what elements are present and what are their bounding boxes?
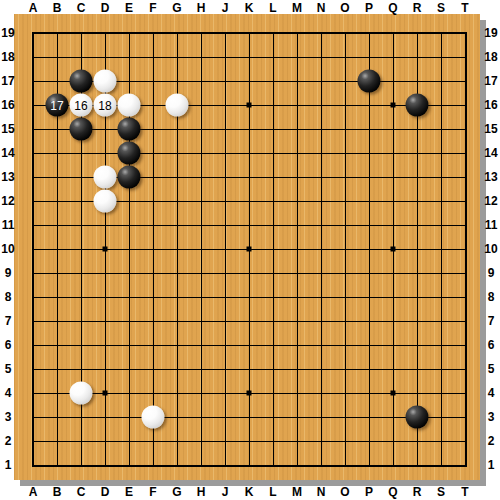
coord-bottom-P: P xyxy=(365,486,373,498)
stone-black-P17[interactable] xyxy=(358,70,381,93)
star-point-Q16 xyxy=(391,103,396,108)
stone-black-E13[interactable] xyxy=(118,166,141,189)
coord-left-5: 5 xyxy=(5,363,12,375)
coord-left-17: 17 xyxy=(1,75,14,87)
coord-left-14: 14 xyxy=(1,147,14,159)
coord-top-T: T xyxy=(461,2,468,14)
coord-top-D: D xyxy=(101,2,110,14)
stone-white-G16[interactable] xyxy=(166,94,189,117)
coord-bottom-Q: Q xyxy=(388,486,397,498)
coord-right-10: 10 xyxy=(484,243,497,255)
coord-top-N: N xyxy=(317,2,326,14)
coord-right-7: 7 xyxy=(488,315,495,327)
coord-right-6: 6 xyxy=(488,339,495,351)
coord-bottom-H: H xyxy=(197,486,206,498)
coord-left-16: 16 xyxy=(1,99,14,111)
coord-bottom-N: N xyxy=(317,486,326,498)
stone-black-E15[interactable] xyxy=(118,118,141,141)
coord-bottom-C: C xyxy=(77,486,86,498)
stone-white-C4[interactable] xyxy=(70,382,93,405)
coord-top-J: J xyxy=(222,2,229,14)
coord-top-M: M xyxy=(292,2,302,14)
coord-left-15: 15 xyxy=(1,123,14,135)
coord-top-C: C xyxy=(77,2,86,14)
star-point-D4 xyxy=(103,391,108,396)
coord-left-7: 7 xyxy=(5,315,12,327)
coord-right-13: 13 xyxy=(484,171,497,183)
coord-top-E: E xyxy=(125,2,133,14)
coord-right-17: 17 xyxy=(484,75,497,87)
coord-right-19: 19 xyxy=(484,27,497,39)
star-point-K16 xyxy=(247,103,252,108)
coord-bottom-E: E xyxy=(125,486,133,498)
coord-top-G: G xyxy=(172,2,181,14)
coord-left-9: 9 xyxy=(5,267,12,279)
coord-right-2: 2 xyxy=(488,435,495,447)
coord-left-19: 19 xyxy=(1,27,14,39)
stone-white-D12[interactable] xyxy=(94,190,117,213)
coord-top-S: S xyxy=(437,2,445,14)
coord-right-11: 11 xyxy=(485,219,498,231)
coord-bottom-S: S xyxy=(437,486,445,498)
coord-top-A: A xyxy=(29,2,38,14)
coord-left-10: 10 xyxy=(1,243,14,255)
coord-left-11: 11 xyxy=(2,219,15,231)
coord-top-F: F xyxy=(149,2,156,14)
coord-right-3: 3 xyxy=(488,411,495,423)
coord-bottom-G: G xyxy=(172,486,181,498)
stone-white-E16[interactable] xyxy=(118,94,141,117)
coord-top-P: P xyxy=(365,2,373,14)
coord-bottom-M: M xyxy=(292,486,302,498)
coord-right-16: 16 xyxy=(484,99,497,111)
coord-left-2: 2 xyxy=(5,435,12,447)
stone-black-R3[interactable] xyxy=(406,406,429,429)
star-point-K10 xyxy=(247,247,252,252)
stone-white-F3[interactable] xyxy=(142,406,165,429)
stone-black-E14[interactable] xyxy=(118,142,141,165)
stone-white-D16[interactable]: 18 xyxy=(94,94,117,117)
coord-right-18: 18 xyxy=(484,51,497,63)
coord-left-4: 4 xyxy=(5,387,12,399)
coord-left-8: 8 xyxy=(5,291,12,303)
stone-white-D13[interactable] xyxy=(94,166,117,189)
coord-left-3: 3 xyxy=(5,411,12,423)
coord-top-O: O xyxy=(340,2,349,14)
coord-top-K: K xyxy=(245,2,254,14)
coord-bottom-K: K xyxy=(245,486,254,498)
coord-top-H: H xyxy=(197,2,206,14)
stone-black-B16[interactable]: 17 xyxy=(46,94,69,117)
coord-bottom-O: O xyxy=(340,486,349,498)
coord-bottom-J: J xyxy=(222,486,229,498)
stone-black-R16[interactable] xyxy=(406,94,429,117)
star-point-K4 xyxy=(247,391,252,396)
coord-top-Q: Q xyxy=(388,2,397,14)
coord-right-15: 15 xyxy=(484,123,497,135)
coord-bottom-F: F xyxy=(149,486,156,498)
coord-bottom-A: A xyxy=(29,486,38,498)
star-point-D10 xyxy=(103,247,108,252)
stone-black-C15[interactable] xyxy=(70,118,93,141)
move-number-label-C16: 16 xyxy=(74,99,87,111)
stone-black-C17[interactable] xyxy=(70,70,93,93)
coord-right-4: 4 xyxy=(488,387,495,399)
coord-right-8: 8 xyxy=(488,291,495,303)
move-number-label-B16: 17 xyxy=(50,99,63,111)
coord-bottom-B: B xyxy=(53,486,62,498)
stone-white-D17[interactable] xyxy=(94,70,117,93)
coord-left-13: 13 xyxy=(1,171,14,183)
coord-top-R: R xyxy=(413,2,422,14)
coord-bottom-L: L xyxy=(269,486,276,498)
coord-right-1: 1 xyxy=(488,459,495,471)
star-point-Q4 xyxy=(391,391,396,396)
coord-right-9: 9 xyxy=(488,267,495,279)
coord-right-14: 14 xyxy=(484,147,497,159)
go-board: AABBCCDDEEFFGGHHJJKKLLMMNNOOPPQQRRSSTT19… xyxy=(0,0,500,500)
coord-left-1: 1 xyxy=(5,459,12,471)
coord-top-L: L xyxy=(269,2,276,14)
star-point-Q10 xyxy=(391,247,396,252)
coord-left-18: 18 xyxy=(1,51,14,63)
coord-bottom-T: T xyxy=(461,486,468,498)
move-number-label-D16: 18 xyxy=(98,99,111,111)
coord-bottom-R: R xyxy=(413,486,422,498)
coord-top-B: B xyxy=(53,2,62,14)
coord-bottom-D: D xyxy=(101,486,110,498)
coord-right-5: 5 xyxy=(488,363,495,375)
stone-white-C16[interactable]: 16 xyxy=(70,94,93,117)
coord-right-12: 12 xyxy=(484,195,497,207)
coord-left-12: 12 xyxy=(1,195,14,207)
coord-left-6: 6 xyxy=(5,339,12,351)
